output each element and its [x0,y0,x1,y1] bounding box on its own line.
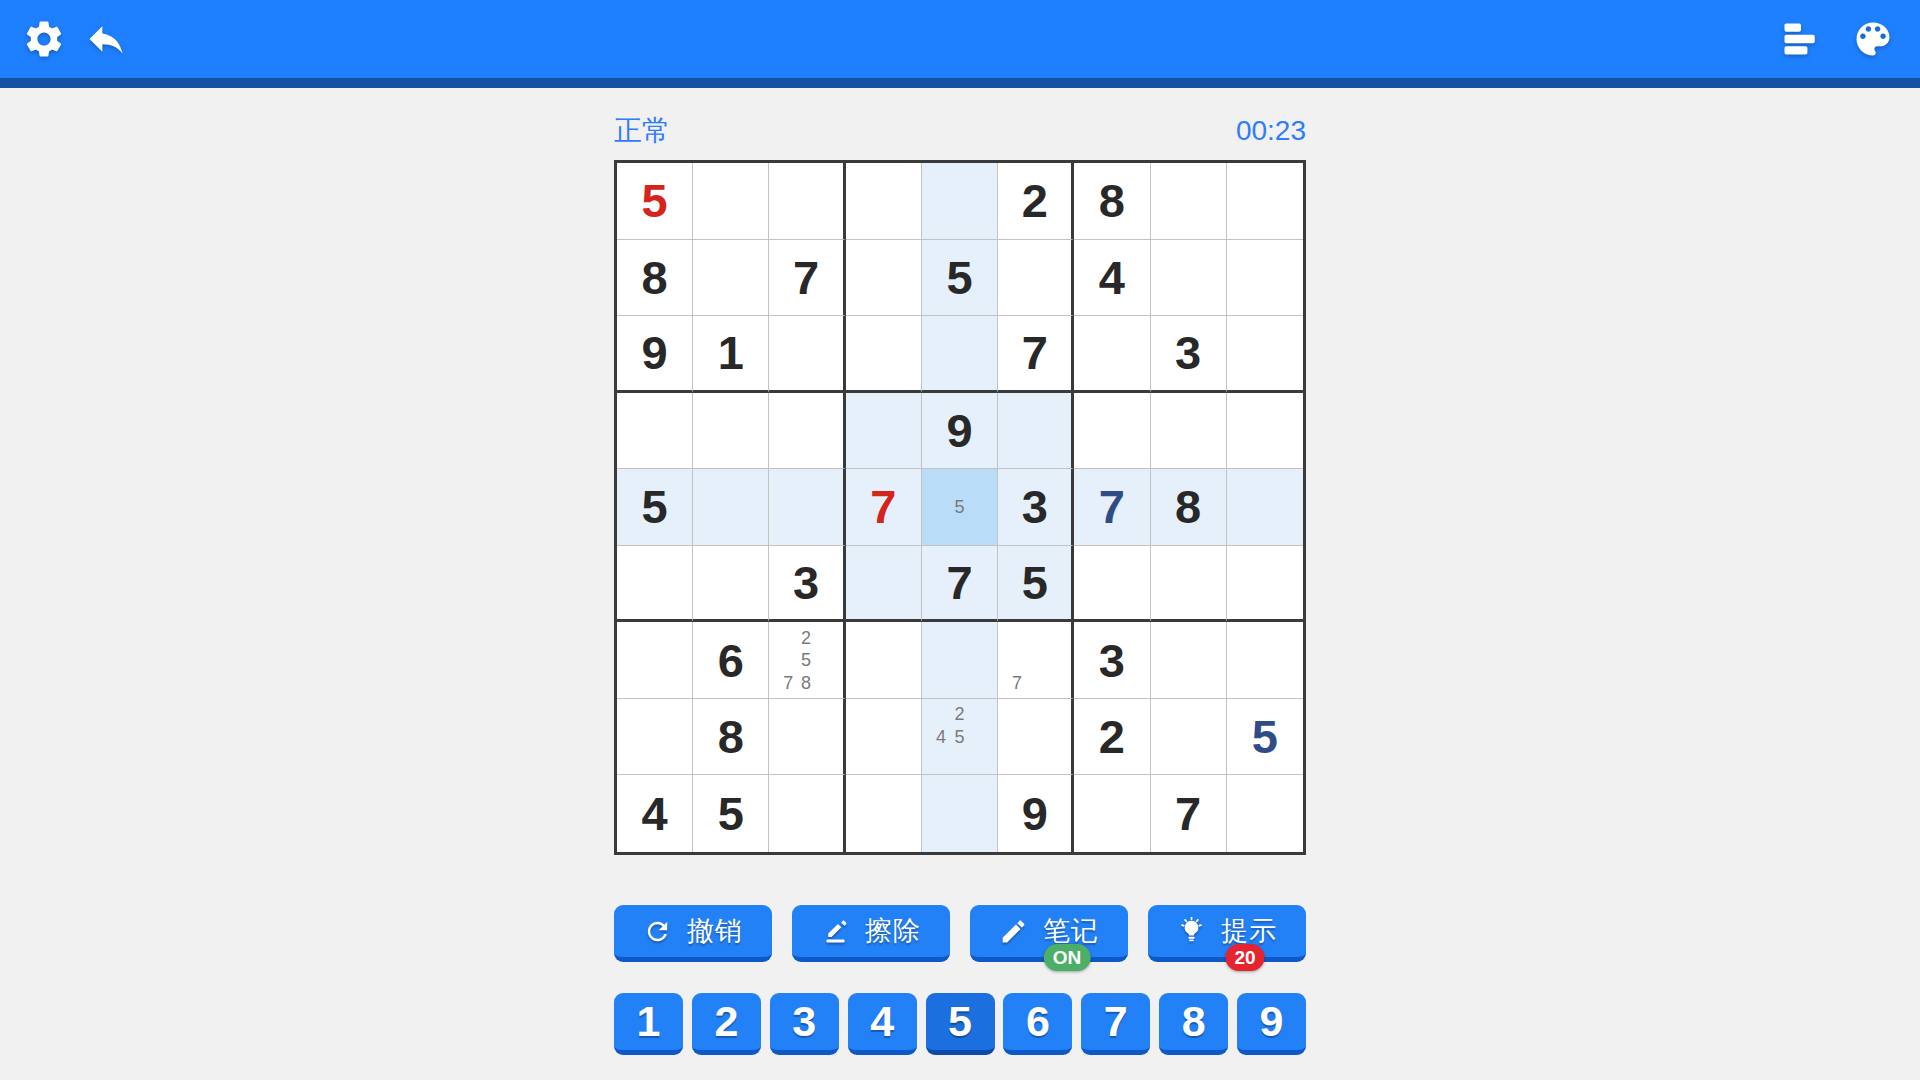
settings-button[interactable] [22,17,66,61]
cell-value: 5 [718,790,744,837]
undo-icon [643,917,672,946]
note-digit [1026,649,1044,672]
notes-grid: 2578 [769,622,842,698]
eraser-icon [821,917,850,946]
cell-r1c5[interactable] [922,163,998,240]
cell-r4c9[interactable] [1227,393,1303,470]
note-digit [779,626,797,649]
cell-r6c6[interactable]: 5 [998,546,1074,623]
cell-r9c8[interactable]: 7 [1151,775,1227,852]
status-row: 正常 00:23 [614,112,1306,148]
cell-value: 5 [1252,713,1278,760]
note-digit [1008,626,1026,649]
cell-r9c7[interactable] [1074,775,1150,852]
cell-value: 5 [642,483,668,530]
cell-r5c8[interactable]: 8 [1151,469,1227,546]
cell-r5c9[interactable] [1227,469,1303,546]
cell-r9c4[interactable] [846,775,922,852]
note-digit [1044,626,1062,649]
cell-r4c4[interactable] [846,393,922,470]
cell-r4c6[interactable] [998,393,1074,470]
cell-value: 2 [1022,177,1048,224]
cell-r2c9[interactable] [1227,240,1303,317]
cell-value: 3 [793,559,819,606]
cell-value: 7 [1175,790,1201,837]
cell-r3c9[interactable] [1227,316,1303,393]
note-digit [1026,626,1044,649]
cell-r3c2[interactable]: 1 [693,316,769,393]
cell-r5c1[interactable]: 5 [617,469,693,546]
cell-value: 3 [1099,637,1125,684]
cell-r7c8[interactable] [1151,622,1227,699]
cell-value: 4 [1099,254,1125,301]
cell-r7c2[interactable]: 6 [693,622,769,699]
cell-r3c8[interactable]: 3 [1151,316,1227,393]
erase-button[interactable]: 擦除 [792,905,950,962]
cell-r8c4[interactable] [846,699,922,776]
note-digit: 5 [950,725,968,748]
note-digit [932,748,950,771]
cell-value: 8 [1099,177,1125,224]
cell-r7c6[interactable]: 7 [998,622,1074,699]
note-digit [969,703,987,726]
cell-r2c6[interactable] [998,240,1074,317]
cell-r6c2[interactable] [693,546,769,623]
notes-button[interactable]: 笔记 ON [970,905,1128,962]
note-digit [932,473,950,496]
cell-r2c7[interactable]: 4 [1074,240,1150,317]
cell-value: 9 [1022,790,1048,837]
cell-r5c5[interactable]: 5 [922,469,998,546]
note-digit [779,649,797,672]
undo-button[interactable]: 撤销 [614,905,772,962]
cell-r2c3[interactable]: 7 [769,240,845,317]
cell-r8c1[interactable] [617,699,693,776]
note-digit: 5 [797,649,815,672]
note-digit [815,649,833,672]
erase-label: 擦除 [865,913,921,949]
difficulty-label: 正常 [614,112,670,150]
cell-r8c8[interactable] [1151,699,1227,776]
cell-r6c1[interactable] [617,546,693,623]
cell-r2c5[interactable]: 5 [922,240,998,317]
note-digit [932,703,950,726]
cell-r8c7[interactable]: 2 [1074,699,1150,776]
cell-r6c7[interactable] [1074,546,1150,623]
cell-r3c4[interactable] [846,316,922,393]
cell-r1c3[interactable] [769,163,845,240]
cell-r4c1[interactable] [617,393,693,470]
num-key-7[interactable]: 7 [1081,993,1150,1055]
undo-label: 撤销 [687,913,743,949]
note-digit [815,671,833,694]
note-digit: 8 [797,671,815,694]
cell-r2c2[interactable] [693,240,769,317]
num-key-5[interactable]: 5 [926,993,995,1055]
cell-value: 5 [642,177,668,224]
cell-value: 7 [870,483,896,530]
note-digit: 7 [1008,671,1026,694]
cell-r5c6[interactable]: 3 [998,469,1074,546]
cell-r7c5[interactable] [922,622,998,699]
note-digit [1008,649,1026,672]
pencil-icon [999,917,1028,946]
cell-r6c4[interactable] [846,546,922,623]
settings-icon [22,17,66,61]
cell-r2c8[interactable] [1151,240,1227,317]
cell-value: 4 [642,790,668,837]
theme-button[interactable] [1851,17,1895,61]
top-bar [0,0,1920,88]
cell-value: 5 [1022,559,1048,606]
cell-r1c4[interactable] [846,163,922,240]
cell-value: 8 [718,713,744,760]
note-digit [950,518,968,541]
cell-r3c6[interactable]: 7 [998,316,1074,393]
cell-r5c4[interactable]: 7 [846,469,922,546]
note-digit: 4 [932,725,950,748]
cell-r6c8[interactable] [1151,546,1227,623]
cell-value: 7 [1099,483,1125,530]
cell-r1c2[interactable] [693,163,769,240]
cell-r9c3[interactable] [769,775,845,852]
notes-grid: 5 [922,469,997,545]
note-digit [969,473,987,496]
cell-value: 9 [642,329,668,376]
number-pad: 123456789 [614,993,1306,1055]
note-digit: 2 [950,703,968,726]
cell-r4c5[interactable]: 9 [922,393,998,470]
cell-r8c9[interactable]: 5 [1227,699,1303,776]
cell-r1c7[interactable]: 8 [1074,163,1150,240]
cell-r4c3[interactable] [769,393,845,470]
note-digit [969,518,987,541]
palette-icon [1851,17,1895,61]
hint-count-badge: 20 [1225,944,1264,971]
cell-value: 7 [793,254,819,301]
cell-value: 2 [1099,713,1125,760]
cell-r1c6[interactable]: 2 [998,163,1074,240]
cell-r5c7[interactable]: 7 [1074,469,1150,546]
cell-value: 3 [1175,329,1201,376]
timer: 00:23 [1236,115,1306,147]
num-key-9[interactable]: 9 [1237,993,1306,1055]
cell-r5c2[interactable] [693,469,769,546]
note-digit: 7 [779,671,797,694]
num-key-6[interactable]: 6 [1003,993,1072,1055]
cell-r8c3[interactable] [769,699,845,776]
note-digit [932,518,950,541]
cell-value: 7 [1022,329,1048,376]
cell-r4c2[interactable] [693,393,769,470]
cell-r5c3[interactable] [769,469,845,546]
sudoku-board: 52887549173957537837562578738245254597 [614,160,1306,855]
cell-r4c8[interactable] [1151,393,1227,470]
back-button[interactable] [84,17,128,61]
cell-r3c5[interactable] [922,316,998,393]
cell-r6c9[interactable] [1227,546,1303,623]
cell-value: 7 [946,559,972,606]
cell-value: 8 [1175,483,1201,530]
cell-r4c7[interactable] [1074,393,1150,470]
num-key-4[interactable]: 4 [848,993,917,1055]
cell-r1c1[interactable]: 5 [617,163,693,240]
cell-r2c1[interactable]: 8 [617,240,693,317]
cell-r6c3[interactable]: 3 [769,546,845,623]
cell-r8c2[interactable]: 8 [693,699,769,776]
note-digit [1044,671,1062,694]
note-digit [969,725,987,748]
note-digit [815,626,833,649]
num-key-1[interactable]: 1 [614,993,683,1055]
bulb-icon [1177,917,1206,946]
notes-grid: 245 [922,699,997,775]
cell-r8c5[interactable]: 245 [922,699,998,776]
num-key-8[interactable]: 8 [1159,993,1228,1055]
cell-r6c5[interactable]: 7 [922,546,998,623]
cell-value: 9 [946,407,972,454]
cell-r9c6[interactable]: 9 [998,775,1074,852]
cell-r3c3[interactable] [769,316,845,393]
cell-r9c9[interactable] [1227,775,1303,852]
cell-r8c6[interactable] [998,699,1074,776]
cell-r1c8[interactable] [1151,163,1227,240]
cell-value: 8 [642,254,668,301]
cell-r7c3[interactable]: 2578 [769,622,845,699]
note-digit: 2 [797,626,815,649]
cell-value: 6 [718,637,744,684]
cell-r9c5[interactable] [922,775,998,852]
note-digit [969,496,987,519]
toolbar: 撤销 擦除 笔记 ON 提示 20 [614,905,1306,962]
cell-value: 1 [718,329,744,376]
stats-icon [1779,17,1823,61]
num-key-3[interactable]: 3 [770,993,839,1055]
cell-r2c4[interactable] [846,240,922,317]
note-digit [1026,671,1044,694]
stats-button[interactable] [1779,17,1823,61]
cell-r1c9[interactable] [1227,163,1303,240]
cell-r3c1[interactable]: 9 [617,316,693,393]
cell-r3c7[interactable] [1074,316,1150,393]
note-digit [932,496,950,519]
cell-r7c1[interactable] [617,622,693,699]
note-digit: 5 [950,496,968,519]
hint-button[interactable]: 提示 20 [1148,905,1306,962]
note-digit [969,748,987,771]
num-key-2[interactable]: 2 [692,993,761,1055]
notes-on-badge: ON [1044,944,1091,971]
cell-r7c9[interactable] [1227,622,1303,699]
cell-r9c1[interactable]: 4 [617,775,693,852]
back-icon [84,17,128,61]
cell-r7c7[interactable]: 3 [1074,622,1150,699]
cell-r9c2[interactable]: 5 [693,775,769,852]
note-digit [950,473,968,496]
notes-grid: 7 [998,622,1071,698]
note-digit [1044,649,1062,672]
cell-r7c4[interactable] [846,622,922,699]
cell-value: 3 [1022,483,1048,530]
note-digit [950,748,968,771]
cell-value: 5 [946,254,972,301]
